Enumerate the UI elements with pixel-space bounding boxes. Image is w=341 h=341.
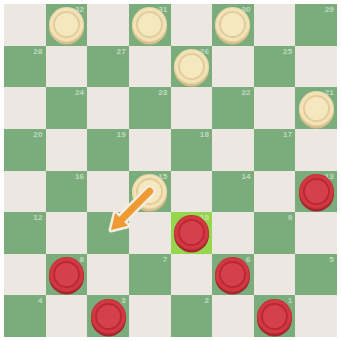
red-piece[interactable] — [91, 299, 126, 334]
red-piece[interactable] — [257, 299, 292, 334]
square-9[interactable]: 9 — [254, 212, 296, 254]
square-light — [87, 254, 129, 296]
square-light — [4, 87, 46, 129]
square-21[interactable]: 21 — [295, 87, 337, 129]
square-number: 3 — [121, 297, 126, 305]
square-11[interactable]: 11 — [87, 212, 129, 254]
square-number: 1 — [288, 297, 293, 305]
white-piece[interactable] — [132, 174, 167, 209]
square-32[interactable]: 32 — [46, 4, 88, 46]
square-number: 9 — [288, 214, 293, 222]
white-piece[interactable] — [215, 7, 250, 42]
square-number: 14 — [241, 173, 250, 181]
square-number: 22 — [241, 89, 250, 97]
square-light — [87, 87, 129, 129]
square-18[interactable]: 18 — [171, 129, 213, 171]
square-24[interactable]: 24 — [46, 87, 88, 129]
square-light — [129, 46, 171, 88]
square-light — [295, 46, 337, 88]
square-19[interactable]: 19 — [87, 129, 129, 171]
square-light — [212, 46, 254, 88]
square-number: 8 — [80, 256, 85, 264]
square-light — [254, 87, 296, 129]
square-number: 25 — [283, 48, 292, 56]
white-piece[interactable] — [174, 49, 209, 84]
square-light — [171, 4, 213, 46]
square-26[interactable]: 26 — [171, 46, 213, 88]
square-number: 12 — [33, 214, 42, 222]
square-number: 5 — [329, 256, 334, 264]
square-number: 16 — [75, 173, 84, 181]
square-25[interactable]: 25 — [254, 46, 296, 88]
square-14[interactable]: 14 — [212, 171, 254, 213]
square-31[interactable]: 31 — [129, 4, 171, 46]
square-light — [212, 295, 254, 337]
checkers-app-frame: 3231302928272625242322212019181716151413… — [0, 0, 341, 341]
square-light — [295, 212, 337, 254]
square-light — [295, 295, 337, 337]
square-number: 6 — [246, 256, 251, 264]
square-number: 20 — [33, 131, 42, 139]
red-piece[interactable] — [174, 215, 209, 250]
square-8[interactable]: 8 — [46, 254, 88, 296]
square-2[interactable]: 2 — [171, 295, 213, 337]
square-light — [171, 87, 213, 129]
square-number: 28 — [33, 48, 42, 56]
white-piece[interactable] — [49, 7, 84, 42]
red-piece[interactable] — [215, 257, 250, 292]
square-22[interactable]: 22 — [212, 87, 254, 129]
square-light — [46, 46, 88, 88]
square-3[interactable]: 3 — [87, 295, 129, 337]
square-light — [171, 254, 213, 296]
square-light — [254, 171, 296, 213]
white-piece[interactable] — [299, 91, 334, 126]
square-number: 23 — [158, 89, 167, 97]
square-light — [46, 212, 88, 254]
square-13[interactable]: 13 — [295, 171, 337, 213]
square-light — [212, 129, 254, 171]
square-light — [4, 254, 46, 296]
square-4[interactable]: 4 — [4, 295, 46, 337]
square-10[interactable]: 10 — [171, 212, 213, 254]
square-light — [254, 4, 296, 46]
square-light — [129, 295, 171, 337]
square-light — [87, 171, 129, 213]
square-5[interactable]: 5 — [295, 254, 337, 296]
square-29[interactable]: 29 — [295, 4, 337, 46]
square-20[interactable]: 20 — [4, 129, 46, 171]
red-piece[interactable] — [49, 257, 84, 292]
square-number: 19 — [117, 131, 126, 139]
square-17[interactable]: 17 — [254, 129, 296, 171]
square-12[interactable]: 12 — [4, 212, 46, 254]
square-light — [4, 4, 46, 46]
square-number: 29 — [325, 6, 334, 14]
square-number: 18 — [200, 131, 209, 139]
square-number: 17 — [283, 131, 292, 139]
square-number: 24 — [75, 89, 84, 97]
square-number: 4 — [38, 297, 43, 305]
board: 3231302928272625242322212019181716151413… — [4, 4, 337, 337]
white-piece[interactable] — [132, 7, 167, 42]
square-number: 11 — [117, 214, 126, 222]
square-light — [129, 212, 171, 254]
square-16[interactable]: 16 — [46, 171, 88, 213]
square-number: 7 — [163, 256, 168, 264]
square-light — [254, 254, 296, 296]
square-27[interactable]: 27 — [87, 46, 129, 88]
square-number: 27 — [117, 48, 126, 56]
square-number: 2 — [204, 297, 209, 305]
square-light — [4, 171, 46, 213]
square-light — [171, 171, 213, 213]
square-light — [212, 212, 254, 254]
square-23[interactable]: 23 — [129, 87, 171, 129]
square-light — [46, 295, 88, 337]
square-light — [129, 129, 171, 171]
red-piece[interactable] — [299, 174, 334, 209]
square-light — [87, 4, 129, 46]
square-28[interactable]: 28 — [4, 46, 46, 88]
square-light — [46, 129, 88, 171]
square-6[interactable]: 6 — [212, 254, 254, 296]
square-light — [295, 129, 337, 171]
square-15[interactable]: 15 — [129, 171, 171, 213]
square-1[interactable]: 1 — [254, 295, 296, 337]
square-30[interactable]: 30 — [212, 4, 254, 46]
square-7[interactable]: 7 — [129, 254, 171, 296]
